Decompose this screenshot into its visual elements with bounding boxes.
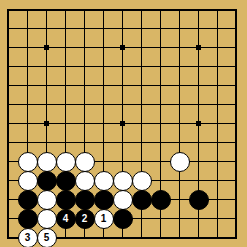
intersection	[113, 19, 132, 38]
intersection	[208, 19, 227, 38]
intersection	[0, 190, 18, 209]
intersection	[75, 133, 94, 152]
intersection	[151, 38, 170, 57]
intersection	[0, 38, 18, 57]
intersection	[151, 228, 170, 247]
intersection	[151, 0, 170, 19]
stone-white	[113, 190, 133, 210]
intersection	[113, 95, 132, 114]
stone-black	[18, 190, 38, 210]
intersection	[94, 38, 113, 57]
intersection	[18, 19, 37, 38]
intersection	[94, 190, 113, 209]
intersection	[132, 57, 151, 76]
intersection	[170, 190, 189, 209]
star-point	[120, 121, 125, 126]
stone-white	[75, 152, 95, 172]
intersection	[227, 190, 246, 209]
intersection	[75, 76, 94, 95]
intersection	[113, 171, 132, 190]
intersection	[75, 19, 94, 38]
stone-black	[151, 190, 171, 210]
intersection	[132, 76, 151, 95]
intersection	[18, 209, 37, 228]
intersection	[170, 0, 189, 19]
intersection	[75, 0, 94, 19]
intersection	[151, 76, 170, 95]
intersection	[227, 0, 246, 19]
intersection	[227, 38, 246, 57]
intersection	[0, 0, 18, 19]
intersection	[94, 57, 113, 76]
stone-black: 4	[56, 209, 76, 229]
intersection	[208, 0, 227, 19]
intersection	[113, 190, 132, 209]
stone-black	[75, 190, 95, 210]
intersection	[208, 38, 227, 57]
intersection	[94, 133, 113, 152]
move-number-label: 2	[76, 210, 94, 228]
intersection: 2	[75, 209, 94, 228]
intersection	[189, 209, 208, 228]
intersection	[94, 0, 113, 19]
intersection	[208, 228, 227, 247]
intersection	[0, 133, 18, 152]
intersection	[208, 152, 227, 171]
move-number-label: 5	[38, 229, 56, 247]
intersection	[56, 0, 75, 19]
intersection	[94, 171, 113, 190]
intersection	[151, 171, 170, 190]
stone-white	[18, 152, 38, 172]
intersection	[18, 0, 37, 19]
intersection	[208, 190, 227, 209]
intersection	[0, 228, 18, 247]
stone-black	[94, 190, 114, 210]
intersection	[132, 209, 151, 228]
intersection	[151, 152, 170, 171]
intersection	[227, 228, 246, 247]
intersection	[189, 190, 208, 209]
intersection	[18, 57, 37, 76]
intersection	[227, 171, 246, 190]
intersection	[208, 171, 227, 190]
intersection	[113, 57, 132, 76]
intersection	[0, 114, 18, 133]
intersection	[113, 76, 132, 95]
move-number-label: 4	[57, 210, 75, 228]
stone-white: 1	[94, 209, 114, 229]
intersection	[170, 152, 189, 171]
intersection	[151, 114, 170, 133]
stone-black	[56, 171, 76, 191]
intersection	[37, 114, 56, 133]
intersection	[0, 171, 18, 190]
stone-white	[113, 171, 133, 191]
intersection	[0, 95, 18, 114]
intersection	[56, 76, 75, 95]
intersection	[37, 152, 56, 171]
intersection: 1	[94, 209, 113, 228]
intersection	[18, 152, 37, 171]
intersection	[170, 228, 189, 247]
intersection	[75, 95, 94, 114]
intersection	[18, 171, 37, 190]
intersection	[113, 114, 132, 133]
intersection	[189, 171, 208, 190]
intersection	[227, 19, 246, 38]
intersection	[132, 0, 151, 19]
intersection: 4	[56, 209, 75, 228]
stone-black	[113, 209, 133, 229]
go-board: 42135	[0, 0, 246, 247]
intersection	[208, 76, 227, 95]
intersection	[75, 171, 94, 190]
stone-white	[94, 171, 114, 191]
intersection	[151, 133, 170, 152]
intersection	[37, 133, 56, 152]
stone-black	[132, 190, 152, 210]
intersection	[132, 19, 151, 38]
intersection	[18, 114, 37, 133]
intersection	[37, 0, 56, 19]
intersection	[56, 19, 75, 38]
stone-white	[75, 171, 95, 191]
intersection	[189, 38, 208, 57]
intersection	[37, 209, 56, 228]
move-number-label: 3	[19, 229, 37, 247]
intersection	[113, 209, 132, 228]
intersection	[170, 114, 189, 133]
stone-white	[170, 152, 190, 172]
stone-white	[37, 152, 57, 172]
intersection	[189, 0, 208, 19]
intersection	[189, 95, 208, 114]
intersection	[37, 38, 56, 57]
intersection	[151, 19, 170, 38]
intersection	[56, 95, 75, 114]
intersection	[113, 228, 132, 247]
intersection	[75, 152, 94, 171]
intersection	[0, 152, 18, 171]
intersection	[151, 190, 170, 209]
intersection	[113, 133, 132, 152]
intersection	[75, 190, 94, 209]
intersection: 3	[18, 228, 37, 247]
intersection	[94, 228, 113, 247]
intersection	[227, 152, 246, 171]
intersection	[56, 190, 75, 209]
intersection	[208, 95, 227, 114]
intersection	[170, 76, 189, 95]
intersection	[18, 133, 37, 152]
intersection	[208, 209, 227, 228]
intersection	[170, 38, 189, 57]
intersection	[37, 57, 56, 76]
stone-black: 2	[75, 209, 95, 229]
intersection	[56, 152, 75, 171]
intersection	[18, 38, 37, 57]
stone-white	[37, 209, 57, 229]
intersection	[56, 57, 75, 76]
intersection	[56, 38, 75, 57]
intersection	[132, 190, 151, 209]
stone-black	[56, 190, 76, 210]
intersection	[189, 114, 208, 133]
intersection	[0, 209, 18, 228]
intersection	[18, 95, 37, 114]
intersection	[189, 19, 208, 38]
intersection	[56, 133, 75, 152]
intersection	[94, 76, 113, 95]
star-point	[44, 121, 49, 126]
go-diagram: 42135	[0, 0, 247, 247]
intersection	[189, 57, 208, 76]
intersection	[189, 133, 208, 152]
intersection	[18, 190, 37, 209]
star-point	[196, 121, 201, 126]
intersection	[132, 171, 151, 190]
intersection	[94, 19, 113, 38]
stone-white: 5	[37, 228, 57, 247]
star-point	[120, 45, 125, 50]
intersection	[113, 38, 132, 57]
intersection	[189, 228, 208, 247]
intersection	[132, 133, 151, 152]
intersection	[132, 114, 151, 133]
stone-white	[132, 171, 152, 191]
intersection	[113, 152, 132, 171]
intersection	[170, 95, 189, 114]
move-number-label: 1	[95, 210, 113, 228]
stone-white: 3	[18, 228, 38, 247]
intersection	[75, 228, 94, 247]
stone-black	[37, 171, 57, 191]
intersection	[227, 57, 246, 76]
star-point	[44, 45, 49, 50]
intersection	[37, 190, 56, 209]
intersection	[37, 95, 56, 114]
stone-black	[18, 209, 38, 229]
stone-black	[189, 190, 209, 210]
intersection	[132, 152, 151, 171]
intersection	[132, 38, 151, 57]
intersection	[208, 133, 227, 152]
intersection	[132, 95, 151, 114]
intersection	[227, 209, 246, 228]
star-point	[196, 45, 201, 50]
intersection	[170, 19, 189, 38]
stone-white	[56, 152, 76, 172]
stone-white	[18, 171, 38, 191]
intersection	[18, 76, 37, 95]
stone-white	[37, 190, 57, 210]
intersection	[75, 38, 94, 57]
intersection	[113, 0, 132, 19]
intersection	[0, 76, 18, 95]
intersection	[151, 95, 170, 114]
intersection	[170, 133, 189, 152]
intersection	[170, 57, 189, 76]
intersection	[37, 171, 56, 190]
intersection	[132, 228, 151, 247]
intersection	[0, 57, 18, 76]
intersection	[227, 133, 246, 152]
intersection	[56, 228, 75, 247]
intersection	[151, 209, 170, 228]
intersection	[151, 57, 170, 76]
intersection	[170, 209, 189, 228]
intersection	[0, 19, 18, 38]
intersection	[227, 95, 246, 114]
intersection	[94, 95, 113, 114]
intersection	[170, 171, 189, 190]
intersection	[227, 76, 246, 95]
intersection: 5	[37, 228, 56, 247]
intersection	[37, 76, 56, 95]
intersection	[37, 19, 56, 38]
intersection	[208, 114, 227, 133]
intersection	[56, 171, 75, 190]
intersection	[75, 57, 94, 76]
intersection	[94, 114, 113, 133]
intersection	[227, 114, 246, 133]
intersection	[208, 57, 227, 76]
intersection	[189, 152, 208, 171]
intersection	[75, 114, 94, 133]
intersection	[189, 76, 208, 95]
intersection	[56, 114, 75, 133]
intersection	[94, 152, 113, 171]
